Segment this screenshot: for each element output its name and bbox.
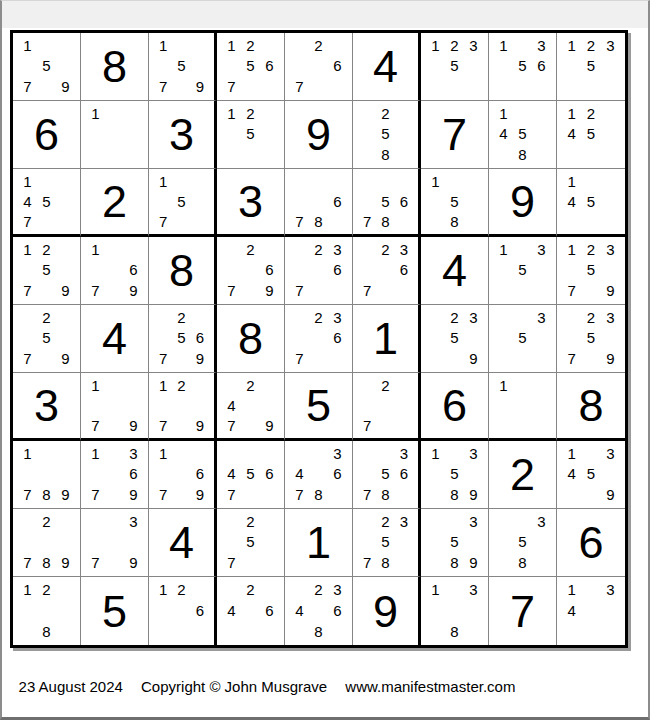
pencil-mark-7: 7 <box>562 348 581 369</box>
pencil-mark-2: 2 <box>241 239 260 260</box>
pencil-mark-9: 9 <box>601 348 620 369</box>
cell-r3c8: 9 <box>489 169 557 237</box>
pencil-mark-8 <box>105 552 124 573</box>
pencil-mark-5: 5 <box>513 328 532 349</box>
pencil-mark-5: 5 <box>581 56 600 77</box>
pencil-mark-2: 2 <box>445 35 464 56</box>
cell-r2c8: 1458 <box>489 101 557 169</box>
cell-r9c2: 5 <box>81 577 149 645</box>
pencil-mark-1 <box>86 511 105 532</box>
pencil-marks: 2579 <box>13 305 80 372</box>
pencil-mark-8 <box>581 76 600 97</box>
pencil-mark-6 <box>395 395 413 415</box>
pencil-mark-4 <box>358 464 376 485</box>
pencil-mark-3 <box>260 239 279 260</box>
pencil-mark-3 <box>191 375 209 395</box>
pencil-marks: 13459 <box>557 441 625 508</box>
solved-digit: 4 <box>81 305 148 372</box>
cell-r1c6: 4 <box>353 33 421 101</box>
pencil-mark-1 <box>154 307 172 328</box>
pencil-mark-9 <box>328 211 347 231</box>
pencil-mark-7: 7 <box>222 415 241 435</box>
cell-r6c1: 3 <box>13 373 81 441</box>
pencil-mark-5: 5 <box>241 124 260 145</box>
pencil-mark-6 <box>56 260 75 281</box>
pencil-mark-1: 1 <box>154 171 172 191</box>
pencil-marks: 2367 <box>285 305 352 372</box>
pencil-mark-5 <box>105 260 124 281</box>
pencil-mark-1: 1 <box>562 443 581 464</box>
cell-r9c8: 7 <box>489 577 557 645</box>
pencil-mark-3 <box>395 375 413 395</box>
pencil-mark-2: 2 <box>376 239 394 260</box>
pencil-mark-8 <box>172 348 190 369</box>
pencil-mark-2 <box>513 103 532 124</box>
solved-digit: 4 <box>353 33 418 100</box>
cell-r2c9: 1245 <box>557 101 625 169</box>
cell-r1c5: 267 <box>285 33 353 101</box>
pencil-mark-4 <box>18 532 37 553</box>
cell-r4c9: 123579 <box>557 237 625 305</box>
pencil-mark-5: 5 <box>37 56 56 77</box>
pencil-mark-6: 6 <box>191 600 209 621</box>
pencil-mark-1 <box>18 511 37 532</box>
pencil-mark-5: 5 <box>376 191 394 211</box>
cell-r2c6: 258 <box>353 101 421 169</box>
pencil-mark-9 <box>56 211 75 231</box>
pencil-mark-4 <box>426 532 445 553</box>
pencil-marks: 1 <box>489 373 556 438</box>
cell-r1c4: 12567 <box>217 33 285 101</box>
pencil-mark-8 <box>241 552 260 573</box>
pencil-mark-3 <box>124 375 143 395</box>
cell-r5c5: 2367 <box>285 305 353 373</box>
pencil-mark-2 <box>581 579 600 600</box>
pencil-mark-4 <box>562 260 581 281</box>
solved-digit: 4 <box>149 509 214 576</box>
pencil-mark-2: 2 <box>37 239 56 260</box>
cell-r6c8: 1 <box>489 373 557 441</box>
pencil-mark-6 <box>260 395 279 415</box>
pencil-mark-7 <box>426 348 445 369</box>
pencil-mark-5: 5 <box>445 56 464 77</box>
pencil-mark-6: 6 <box>191 328 209 349</box>
cell-r4c7: 4 <box>421 237 489 305</box>
pencil-mark-1 <box>290 171 309 191</box>
solved-digit: 7 <box>421 101 488 168</box>
pencil-mark-8 <box>445 76 464 97</box>
pencil-mark-6: 6 <box>328 328 347 349</box>
pencil-marks: 1457 <box>13 169 80 234</box>
pencil-mark-9 <box>328 76 347 97</box>
solved-digit: 9 <box>285 101 352 168</box>
solved-digit: 5 <box>285 373 352 438</box>
pencil-marks: 2679 <box>217 237 284 304</box>
pencil-mark-6 <box>191 56 209 77</box>
pencil-mark-2 <box>445 443 464 464</box>
solved-digit: 8 <box>557 373 625 438</box>
pencil-mark-9: 9 <box>56 552 75 573</box>
pencil-mark-3 <box>56 511 75 532</box>
pencil-mark-3: 3 <box>601 579 620 600</box>
pencil-marks: 34678 <box>285 441 352 508</box>
pencil-mark-7 <box>562 484 581 505</box>
pencil-mark-6 <box>464 328 483 349</box>
pencil-mark-6 <box>601 600 620 621</box>
pencil-mark-2: 2 <box>172 579 190 600</box>
pencil-marks: 358 <box>489 509 556 576</box>
pencil-mark-1 <box>358 103 376 124</box>
pencil-mark-9 <box>124 144 143 165</box>
pencil-mark-3: 3 <box>601 307 620 328</box>
pencil-mark-1: 1 <box>426 35 445 56</box>
pencil-mark-2 <box>105 511 124 532</box>
pencil-mark-1: 1 <box>494 103 513 124</box>
pencil-mark-8 <box>37 211 56 231</box>
pencil-mark-9: 9 <box>260 415 279 435</box>
pencil-mark-4 <box>222 56 241 77</box>
cell-r4c6: 2367 <box>353 237 421 305</box>
pencil-mark-7: 7 <box>18 280 37 301</box>
pencil-mark-2 <box>37 171 56 191</box>
pencil-mark-7: 7 <box>222 552 241 573</box>
pencil-mark-2: 2 <box>376 511 394 532</box>
pencil-mark-2 <box>513 35 532 56</box>
pencil-mark-6 <box>124 124 143 145</box>
sudoku-board: 1579815791256726741235135612356131259258… <box>10 30 628 648</box>
pencil-mark-9 <box>260 621 279 642</box>
pencil-marks: 1579 <box>13 33 80 100</box>
pencil-mark-6 <box>56 191 75 211</box>
pencil-mark-6: 6 <box>191 464 209 485</box>
cell-r2c2: 1 <box>81 101 149 169</box>
pencil-mark-5 <box>105 395 124 415</box>
pencil-mark-2 <box>513 307 532 328</box>
pencil-mark-4: 4 <box>222 464 241 485</box>
solved-digit: 8 <box>149 237 214 304</box>
pencil-mark-7 <box>494 76 513 97</box>
pencil-mark-2: 2 <box>309 579 328 600</box>
pencil-mark-8: 8 <box>309 484 328 505</box>
pencil-mark-9: 9 <box>124 280 143 301</box>
pencil-mark-6: 6 <box>260 600 279 621</box>
pencil-mark-1: 1 <box>86 103 105 124</box>
pencil-mark-1: 1 <box>222 35 241 56</box>
cell-r8c7: 3589 <box>421 509 489 577</box>
cell-r1c2: 8 <box>81 33 149 101</box>
pencil-mark-4 <box>426 56 445 77</box>
pencil-mark-8: 8 <box>376 552 394 573</box>
cell-r4c3: 8 <box>149 237 217 305</box>
cell-r5c6: 1 <box>353 305 421 373</box>
pencil-mark-5: 5 <box>376 532 394 553</box>
solved-digit: 6 <box>421 373 488 438</box>
pencil-mark-8 <box>172 484 190 505</box>
pencil-mark-2: 2 <box>37 307 56 328</box>
pencil-mark-5: 5 <box>172 56 190 77</box>
pencil-mark-9: 9 <box>191 415 209 435</box>
pencil-mark-4 <box>562 328 581 349</box>
pencil-mark-3 <box>191 307 209 328</box>
solved-digit: 8 <box>217 305 284 372</box>
pencil-mark-6: 6 <box>395 464 413 485</box>
pencil-mark-7 <box>494 348 513 369</box>
pencil-mark-2: 2 <box>376 375 394 395</box>
cell-r8c4: 257 <box>217 509 285 577</box>
pencil-mark-4 <box>358 124 376 145</box>
pencil-mark-2 <box>172 171 190 191</box>
pencil-mark-6 <box>464 56 483 77</box>
pencil-mark-4 <box>86 124 105 145</box>
solved-digit: 8 <box>81 33 148 100</box>
pencil-mark-8 <box>241 144 260 165</box>
pencil-mark-8 <box>581 621 600 642</box>
cell-r7c6: 35678 <box>353 441 421 509</box>
pencil-mark-4 <box>494 328 513 349</box>
pencil-mark-9 <box>601 76 620 97</box>
cell-r3c1: 1457 <box>13 169 81 237</box>
pencil-mark-9 <box>328 348 347 369</box>
pencil-mark-8 <box>37 348 56 369</box>
cell-r7c7: 13589 <box>421 441 489 509</box>
pencil-mark-2 <box>309 443 328 464</box>
pencil-mark-7: 7 <box>358 415 376 435</box>
pencil-mark-5: 5 <box>172 191 190 211</box>
cell-r3c6: 5678 <box>353 169 421 237</box>
pencil-marks: 138 <box>421 577 488 645</box>
pencil-mark-8 <box>105 484 124 505</box>
pencil-mark-6: 6 <box>328 260 347 281</box>
pencil-mark-8 <box>37 76 56 97</box>
pencil-mark-4 <box>222 260 241 281</box>
pencil-mark-8 <box>37 280 56 301</box>
pencil-mark-6 <box>464 191 483 211</box>
pencil-mark-9 <box>601 211 620 231</box>
pencil-mark-7: 7 <box>86 552 105 573</box>
pencil-mark-2 <box>172 35 190 56</box>
pencil-mark-3 <box>124 239 143 260</box>
pencil-mark-4 <box>358 260 376 281</box>
solved-digit: 2 <box>81 169 148 234</box>
pencil-mark-4 <box>18 328 37 349</box>
pencil-mark-3 <box>191 443 209 464</box>
pencil-mark-9 <box>532 280 551 301</box>
pencil-mark-5 <box>309 600 328 621</box>
cell-r8c8: 358 <box>489 509 557 577</box>
pencil-mark-8 <box>241 621 260 642</box>
pencil-mark-7 <box>494 144 513 165</box>
pencil-marks: 134 <box>557 577 625 645</box>
solved-digit: 9 <box>489 169 556 234</box>
pencil-mark-9 <box>395 415 413 435</box>
cell-r3c9: 145 <box>557 169 625 237</box>
pencil-mark-9 <box>395 280 413 301</box>
pencil-mark-7: 7 <box>18 76 37 97</box>
cell-r7c1: 1789 <box>13 441 81 509</box>
pencil-mark-4: 4 <box>562 191 581 211</box>
pencil-mark-8 <box>513 280 532 301</box>
cell-r6c4: 2479 <box>217 373 285 441</box>
pencil-marks: 23579 <box>557 305 625 372</box>
cell-r4c5: 2367 <box>285 237 353 305</box>
pencil-mark-7 <box>562 621 581 642</box>
pencil-mark-7: 7 <box>358 211 376 231</box>
pencil-mark-7 <box>562 76 581 97</box>
pencil-mark-8 <box>376 415 394 435</box>
pencil-mark-2 <box>105 375 124 395</box>
pencil-mark-6: 6 <box>395 191 413 211</box>
pencil-mark-8 <box>172 621 190 642</box>
pencil-mark-3: 3 <box>328 307 347 328</box>
pencil-mark-4 <box>426 191 445 211</box>
pencil-mark-4: 4 <box>18 191 37 211</box>
pencil-mark-3 <box>191 171 209 191</box>
pencil-mark-5: 5 <box>445 191 464 211</box>
pencil-mark-5 <box>37 532 56 553</box>
pencil-mark-8 <box>513 76 532 97</box>
pencil-mark-7: 7 <box>86 415 105 435</box>
pencil-marks: 1235 <box>421 33 488 100</box>
pencil-mark-6: 6 <box>260 56 279 77</box>
cell-r9c1: 128 <box>13 577 81 645</box>
pencil-mark-3: 3 <box>328 443 347 464</box>
pencil-marks: 12579 <box>13 237 80 304</box>
pencil-mark-4 <box>494 260 513 281</box>
pencil-mark-4 <box>154 464 172 485</box>
pencil-mark-4 <box>494 395 513 415</box>
pencil-mark-6 <box>260 124 279 145</box>
pencil-mark-8: 8 <box>445 621 464 642</box>
cell-r6c3: 1279 <box>149 373 217 441</box>
pencil-mark-1: 1 <box>222 103 241 124</box>
pencil-mark-1: 1 <box>494 375 513 395</box>
pencil-mark-5 <box>445 600 464 621</box>
pencil-mark-6 <box>464 600 483 621</box>
pencil-mark-2: 2 <box>241 35 260 56</box>
pencil-mark-5: 5 <box>581 328 600 349</box>
pencil-mark-4 <box>154 328 172 349</box>
pencil-mark-5: 5 <box>376 464 394 485</box>
pencil-mark-3: 3 <box>601 35 620 56</box>
pencil-mark-1: 1 <box>426 171 445 191</box>
pencil-mark-6 <box>464 464 483 485</box>
pencil-mark-4 <box>290 56 309 77</box>
pencil-marks: 1458 <box>489 101 556 168</box>
pencil-mark-4 <box>86 464 105 485</box>
pencil-mark-9 <box>601 144 620 165</box>
pencil-mark-2: 2 <box>241 511 260 532</box>
pencil-marks: 145 <box>557 169 625 234</box>
pencil-mark-1 <box>358 375 376 395</box>
pencil-mark-2 <box>581 443 600 464</box>
cell-r9c3: 126 <box>149 577 217 645</box>
pencil-mark-6 <box>532 532 551 553</box>
cell-r7c8: 2 <box>489 441 557 509</box>
pencil-mark-1 <box>494 307 513 328</box>
pencil-mark-3 <box>601 171 620 191</box>
pencil-marks: 1789 <box>13 441 80 508</box>
pencil-mark-9 <box>395 484 413 505</box>
pencil-mark-1 <box>426 307 445 328</box>
pencil-mark-5: 5 <box>445 328 464 349</box>
cell-r3c3: 157 <box>149 169 217 237</box>
pencil-mark-5 <box>513 395 532 415</box>
pencil-mark-1 <box>358 171 376 191</box>
pencil-mark-5 <box>309 260 328 281</box>
pencil-mark-1: 1 <box>18 239 37 260</box>
pencil-mark-7: 7 <box>18 484 37 505</box>
pencil-mark-5 <box>172 395 190 415</box>
pencil-mark-8 <box>581 211 600 231</box>
pencil-mark-5 <box>241 260 260 281</box>
pencil-mark-6 <box>56 532 75 553</box>
pencil-mark-8 <box>581 144 600 165</box>
pencil-mark-6: 6 <box>532 56 551 77</box>
pencil-marks: 125 <box>217 101 284 168</box>
pencil-marks: 128 <box>13 577 80 645</box>
cell-r9c5: 23468 <box>285 577 353 645</box>
pencil-mark-3 <box>56 307 75 328</box>
pencil-mark-8 <box>309 280 328 301</box>
pencil-mark-6: 6 <box>260 464 279 485</box>
pencil-mark-3: 3 <box>395 239 413 260</box>
solved-digit: 7 <box>489 577 556 645</box>
pencil-mark-3 <box>328 171 347 191</box>
pencil-mark-7 <box>358 144 376 165</box>
pencil-mark-8 <box>241 76 260 97</box>
pencil-marks: 2367 <box>353 237 418 304</box>
pencil-mark-2: 2 <box>376 103 394 124</box>
pencil-mark-7: 7 <box>154 76 172 97</box>
cell-r6c9: 8 <box>557 373 625 441</box>
pencil-mark-6: 6 <box>328 464 347 485</box>
pencil-mark-8: 8 <box>513 552 532 573</box>
pencil-mark-3 <box>56 443 75 464</box>
pencil-mark-5 <box>241 600 260 621</box>
pencil-mark-4: 4 <box>562 124 581 145</box>
pencil-mark-5 <box>105 124 124 145</box>
solved-digit: 1 <box>353 305 418 372</box>
solved-digit: 9 <box>353 577 418 645</box>
pencil-mark-9: 9 <box>464 552 483 573</box>
pencil-mark-3 <box>260 35 279 56</box>
pencil-mark-8 <box>172 76 190 97</box>
pencil-mark-9: 9 <box>191 76 209 97</box>
cell-r5c9: 23579 <box>557 305 625 373</box>
pencil-marks: 1235 <box>557 33 625 100</box>
cell-r9c9: 134 <box>557 577 625 645</box>
pencil-mark-2 <box>513 511 532 532</box>
pencil-mark-6 <box>601 56 620 77</box>
pencil-mark-5: 5 <box>581 464 600 485</box>
pencil-mark-5: 5 <box>376 124 394 145</box>
pencil-mark-9 <box>328 280 347 301</box>
pencil-mark-6: 6 <box>260 260 279 281</box>
pencil-mark-8 <box>172 415 190 435</box>
solved-digit: 1 <box>285 509 352 576</box>
pencil-mark-9 <box>395 552 413 573</box>
pencil-mark-7: 7 <box>86 280 105 301</box>
pencil-mark-3: 3 <box>532 307 551 328</box>
pencil-mark-5: 5 <box>513 260 532 281</box>
pencil-mark-3 <box>56 35 75 56</box>
pencil-mark-7 <box>290 621 309 642</box>
pencil-mark-7: 7 <box>18 211 37 231</box>
pencil-mark-9: 9 <box>260 280 279 301</box>
cell-r9c4: 246 <box>217 577 285 645</box>
cell-r6c6: 27 <box>353 373 421 441</box>
pencil-mark-7: 7 <box>358 280 376 301</box>
